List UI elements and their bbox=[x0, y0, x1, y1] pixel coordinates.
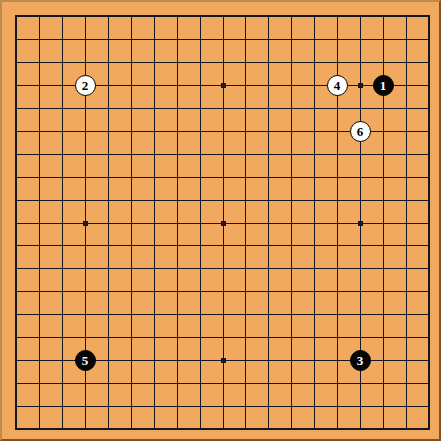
grid-line-horizontal bbox=[15, 291, 430, 292]
stone-white-4: 4 bbox=[327, 75, 348, 96]
grid-line-horizontal bbox=[15, 314, 430, 315]
grid-line-vertical bbox=[291, 15, 292, 430]
stone-black-3: 3 bbox=[350, 350, 371, 371]
move-number: 4 bbox=[334, 78, 341, 91]
star-point bbox=[221, 358, 226, 363]
star-point bbox=[221, 83, 226, 88]
grid-line-horizontal bbox=[15, 245, 430, 246]
grid-line-vertical bbox=[314, 15, 315, 430]
grid-line-horizontal bbox=[15, 428, 430, 430]
stone-black-5: 5 bbox=[75, 350, 96, 371]
grid-line-vertical bbox=[406, 15, 407, 430]
grid-line-horizontal bbox=[15, 406, 430, 407]
stone-black-1: 1 bbox=[373, 75, 394, 96]
stone-white-6: 6 bbox=[350, 121, 371, 142]
move-number: 2 bbox=[82, 78, 89, 91]
star-point bbox=[358, 221, 363, 226]
grid-line-vertical bbox=[245, 15, 246, 430]
grid-line-horizontal bbox=[15, 383, 430, 384]
go-board: 123456 bbox=[0, 0, 441, 441]
move-number: 1 bbox=[380, 78, 387, 91]
star-point bbox=[83, 221, 88, 226]
stone-white-2: 2 bbox=[75, 75, 96, 96]
move-number: 5 bbox=[82, 353, 89, 366]
move-number: 6 bbox=[357, 124, 364, 137]
star-point bbox=[221, 221, 226, 226]
move-number: 3 bbox=[357, 353, 364, 366]
star-point bbox=[358, 83, 363, 88]
grid-line-vertical bbox=[428, 15, 430, 430]
grid-line-horizontal bbox=[15, 337, 430, 338]
grid-line-vertical bbox=[268, 15, 269, 430]
grid-line-horizontal bbox=[15, 268, 430, 269]
